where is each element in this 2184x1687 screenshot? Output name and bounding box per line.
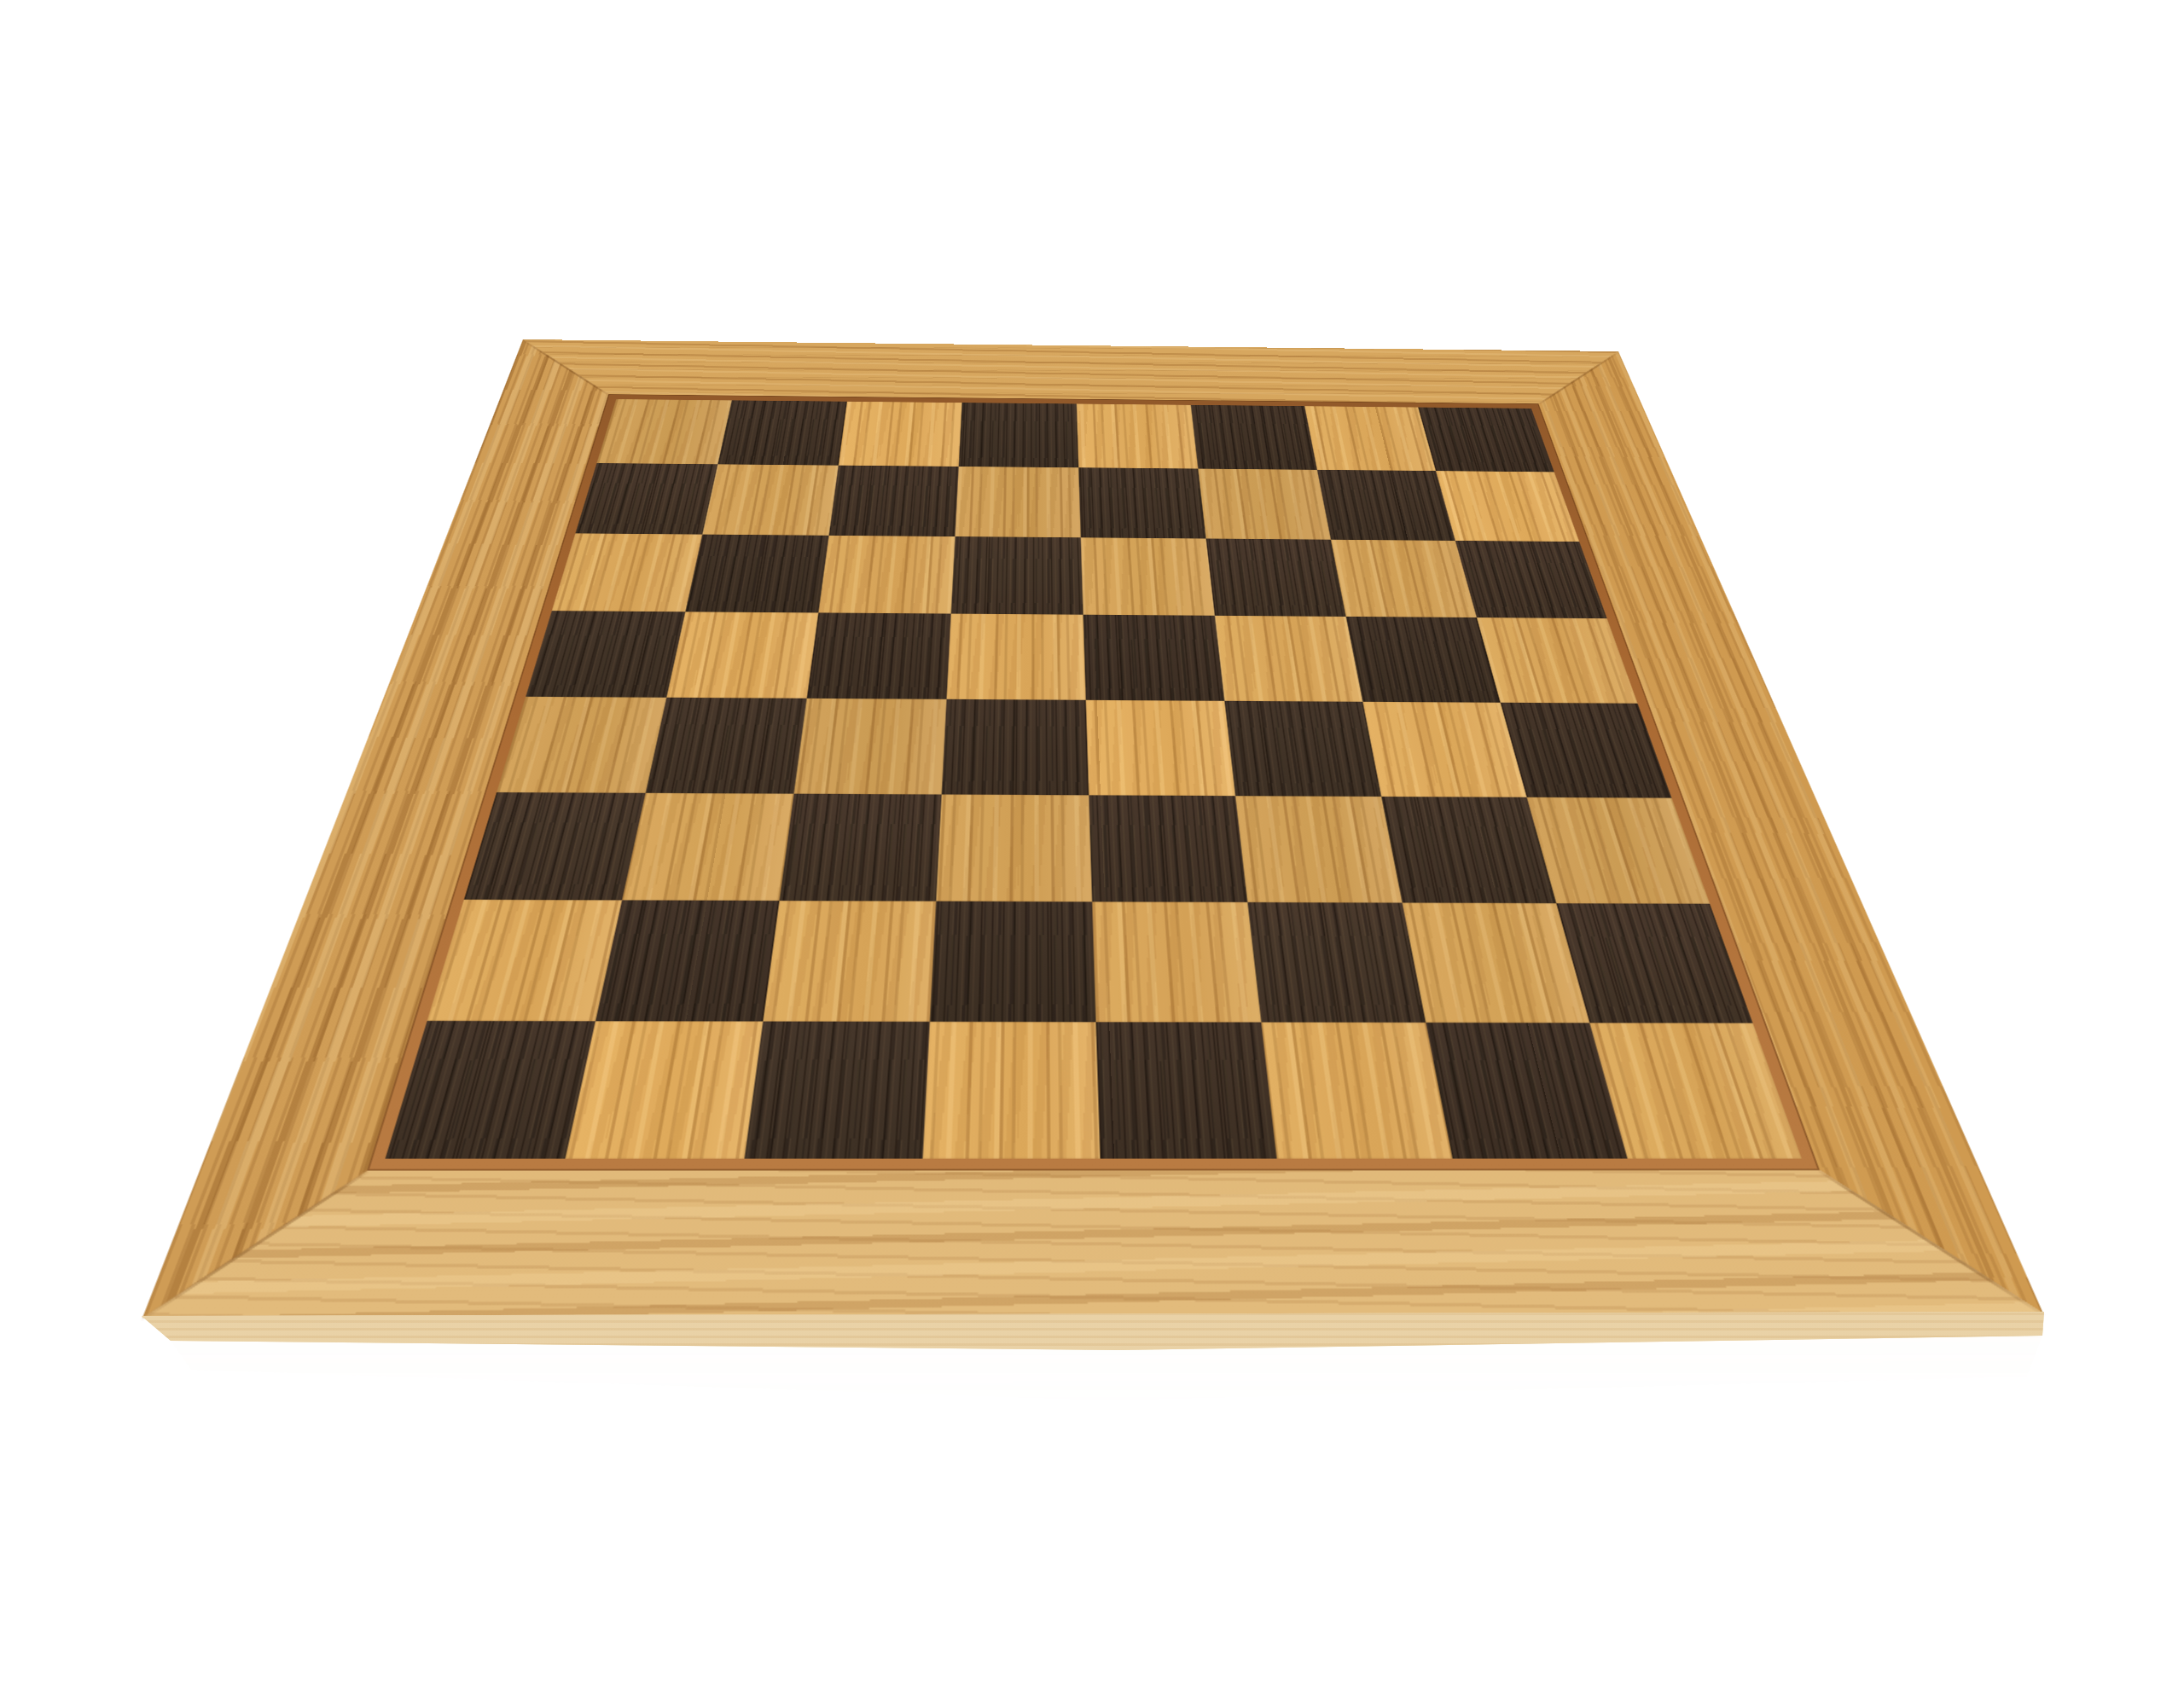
square-h8 bbox=[1418, 408, 1554, 472]
square-d2 bbox=[930, 901, 1096, 1023]
square-b2 bbox=[595, 900, 780, 1021]
square-g3 bbox=[1381, 797, 1556, 903]
square-a6 bbox=[552, 533, 702, 612]
empty-chessboard-photo bbox=[0, 0, 2184, 1687]
square-b3 bbox=[622, 793, 793, 901]
square-d1 bbox=[923, 1022, 1101, 1159]
square-f5 bbox=[1215, 616, 1362, 702]
square-d7 bbox=[955, 467, 1080, 537]
square-c6 bbox=[818, 536, 955, 614]
square-e6 bbox=[1081, 537, 1215, 616]
square-h7 bbox=[1436, 471, 1579, 542]
square-f6 bbox=[1206, 539, 1346, 617]
square-d8 bbox=[959, 403, 1079, 467]
square-e3 bbox=[1089, 795, 1247, 902]
square-f1 bbox=[1261, 1023, 1452, 1159]
square-f2 bbox=[1247, 902, 1426, 1023]
square-b8 bbox=[717, 400, 847, 465]
square-g5 bbox=[1346, 617, 1501, 703]
square-f3 bbox=[1235, 796, 1403, 902]
square-a4 bbox=[497, 697, 666, 793]
square-b4 bbox=[646, 698, 807, 794]
square-d6 bbox=[951, 536, 1083, 615]
square-a3 bbox=[464, 792, 646, 900]
square-e5 bbox=[1083, 615, 1225, 701]
square-e8 bbox=[1077, 403, 1198, 468]
square-c7 bbox=[829, 466, 959, 536]
square-e7 bbox=[1078, 467, 1205, 538]
square-g8 bbox=[1304, 406, 1436, 471]
square-b5 bbox=[666, 612, 818, 699]
square-g6 bbox=[1331, 540, 1477, 617]
square-a5 bbox=[526, 611, 685, 698]
square-b1 bbox=[566, 1021, 764, 1158]
square-c1 bbox=[745, 1022, 930, 1159]
square-c5 bbox=[807, 612, 951, 699]
square-c8 bbox=[839, 402, 962, 467]
square-a8 bbox=[596, 399, 731, 464]
square-e1 bbox=[1096, 1022, 1277, 1158]
square-e2 bbox=[1092, 901, 1261, 1022]
square-g4 bbox=[1362, 702, 1526, 797]
square-d3 bbox=[936, 794, 1092, 901]
square-f8 bbox=[1191, 405, 1317, 470]
square-a7 bbox=[575, 463, 717, 535]
square-c3 bbox=[780, 794, 942, 901]
square-b6 bbox=[685, 535, 828, 613]
chessboard bbox=[142, 339, 2043, 1318]
square-f7 bbox=[1198, 469, 1331, 540]
square-d5 bbox=[947, 614, 1086, 700]
square-d4 bbox=[942, 699, 1089, 796]
square-c4 bbox=[794, 699, 947, 795]
square-b7 bbox=[702, 464, 838, 535]
square-g7 bbox=[1317, 470, 1455, 541]
square-e4 bbox=[1086, 700, 1235, 796]
square-c2 bbox=[763, 901, 936, 1022]
square-f4 bbox=[1224, 701, 1381, 797]
